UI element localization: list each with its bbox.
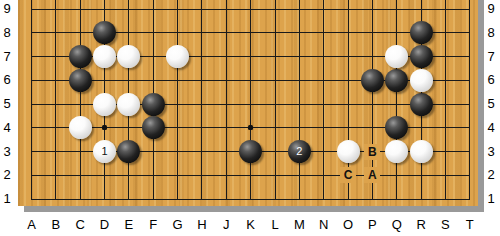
black-stone-C6[interactable] [69, 69, 92, 92]
col-label-S: S [437, 218, 453, 232]
col-label-O: O [340, 218, 356, 232]
white-stone-D5[interactable] [93, 93, 116, 116]
grid-line-col-C [80, 0, 81, 200]
grid-line-col-L [275, 0, 276, 200]
col-label-R: R [413, 218, 429, 232]
col-label-Q: Q [389, 218, 405, 232]
col-label-G: G [170, 218, 186, 232]
grid-line-col-A [31, 0, 32, 200]
black-stone-F5[interactable] [142, 93, 165, 116]
col-label-M: M [291, 218, 307, 232]
row-label-right-9: 9 [484, 2, 498, 16]
grid-line-col-Q [396, 0, 397, 200]
black-stone-R7[interactable] [410, 45, 433, 68]
row-label-left-6: 6 [0, 73, 14, 87]
row-label-left-3: 3 [0, 145, 14, 159]
col-label-J: J [218, 218, 234, 232]
point-label-B[interactable]: B [364, 144, 380, 160]
row-label-left-4: 4 [0, 121, 14, 135]
row-label-left-2: 2 [0, 168, 14, 182]
col-label-E: E [121, 218, 137, 232]
grid-line-col-H [201, 0, 202, 200]
row-label-left-9: 9 [0, 2, 14, 16]
col-label-L: L [267, 218, 283, 232]
col-label-F: F [145, 218, 161, 232]
white-stone-O3[interactable] [337, 140, 360, 163]
grid-line-row-1 [31, 199, 470, 200]
move-number-2: 2 [296, 146, 302, 157]
grid-line-col-J [226, 0, 227, 200]
move-number-1: 1 [101, 146, 107, 157]
white-stone-D7[interactable] [93, 45, 116, 68]
go-diagram: BAC 21 998877665544332211ABCDEFGHJKLMNOP… [0, 0, 500, 236]
star-point-K4 [248, 125, 253, 130]
grid-line-col-B [55, 0, 56, 200]
grid-line-col-T [469, 0, 470, 200]
white-stone-D3[interactable]: 1 [93, 140, 116, 163]
row-label-left-5: 5 [0, 97, 14, 111]
col-label-B: B [48, 218, 64, 232]
point-label-A[interactable]: A [364, 167, 380, 183]
grid-line-col-G [177, 0, 178, 200]
grid-line-col-S [445, 0, 446, 200]
black-stone-M3[interactable]: 2 [288, 140, 311, 163]
black-stone-C7[interactable] [69, 45, 92, 68]
white-stone-C4[interactable] [69, 116, 92, 139]
white-stone-G7[interactable] [166, 45, 189, 68]
black-stone-Q6[interactable] [385, 69, 408, 92]
row-label-right-2: 2 [484, 168, 498, 182]
white-stone-R3[interactable] [410, 140, 433, 163]
col-label-H: H [194, 218, 210, 232]
col-label-A: A [24, 218, 40, 232]
col-label-N: N [316, 218, 332, 232]
black-stone-K3[interactable] [239, 140, 262, 163]
col-label-T: T [462, 218, 478, 232]
row-label-right-3: 3 [484, 145, 498, 159]
row-label-right-4: 4 [484, 121, 498, 135]
row-label-right-5: 5 [484, 97, 498, 111]
row-label-right-1: 1 [484, 192, 498, 206]
grid-line-row-9 [31, 9, 470, 10]
row-label-left-1: 1 [0, 192, 14, 206]
col-label-C: C [72, 218, 88, 232]
grid-line-row-2 [31, 175, 470, 176]
white-stone-R6[interactable] [410, 69, 433, 92]
grid-line-col-N [323, 0, 324, 200]
star-point-D4 [102, 125, 107, 130]
row-label-right-8: 8 [484, 26, 498, 40]
white-stone-E5[interactable] [117, 93, 140, 116]
grid-line-col-M [299, 0, 300, 200]
black-stone-F4[interactable] [142, 116, 165, 139]
row-label-left-7: 7 [0, 50, 14, 64]
col-label-P: P [364, 218, 380, 232]
black-stone-R5[interactable] [410, 93, 433, 116]
point-label-C[interactable]: C [340, 167, 356, 183]
row-label-right-6: 6 [484, 73, 498, 87]
black-stone-P6[interactable] [361, 69, 384, 92]
row-label-right-7: 7 [484, 50, 498, 64]
col-label-K: K [243, 218, 259, 232]
row-label-left-8: 8 [0, 26, 14, 40]
black-stone-R8[interactable] [410, 21, 433, 44]
col-label-D: D [97, 218, 113, 232]
grid-line-col-K [250, 0, 251, 200]
